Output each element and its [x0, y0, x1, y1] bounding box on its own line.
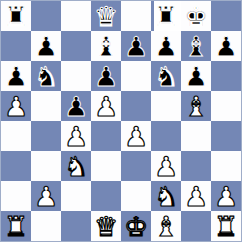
square-c3[interactable]: ♞ — [61, 151, 91, 181]
chess-board: ♜♛♜♚♟♝♟♟♝♟♟♞♟♞♟♟♟♟♝♟♟♞♟♟♞♟♟♜♛♚♝♜ — [0, 0, 242, 242]
square-b1[interactable] — [31, 211, 61, 241]
black-pawn: ♟ — [34, 33, 58, 60]
square-h3[interactable] — [211, 151, 241, 181]
square-b6[interactable]: ♞ — [31, 61, 61, 91]
square-h6[interactable] — [211, 61, 241, 91]
square-g4[interactable] — [181, 121, 211, 151]
square-f2[interactable]: ♞ — [151, 181, 181, 211]
square-e6[interactable] — [121, 61, 151, 91]
white-pawn: ♟ — [64, 123, 88, 150]
square-d6[interactable]: ♟ — [91, 61, 121, 91]
square-c1[interactable] — [61, 211, 91, 241]
square-e4[interactable]: ♟ — [121, 121, 151, 151]
white-bishop: ♝ — [154, 213, 178, 240]
square-e2[interactable] — [121, 181, 151, 211]
black-pawn: ♟ — [94, 63, 118, 90]
black-rook: ♜ — [4, 3, 28, 30]
square-b8[interactable] — [31, 1, 61, 31]
square-a1[interactable]: ♜ — [1, 211, 31, 241]
black-pawn: ♟ — [4, 63, 28, 90]
square-a6[interactable]: ♟ — [1, 61, 31, 91]
square-g6[interactable]: ♟ — [181, 61, 211, 91]
square-c5[interactable]: ♟ — [61, 91, 91, 121]
square-d8[interactable]: ♛ — [91, 1, 121, 31]
black-pawn: ♟ — [214, 33, 238, 60]
white-rook: ♜ — [214, 213, 238, 240]
black-knight: ♞ — [154, 63, 178, 90]
square-c4[interactable]: ♟ — [61, 121, 91, 151]
square-g1[interactable] — [181, 211, 211, 241]
square-f7[interactable]: ♟ — [151, 31, 181, 61]
square-h4[interactable] — [211, 121, 241, 151]
black-pawn: ♟ — [184, 63, 208, 90]
square-g5[interactable]: ♝ — [181, 91, 211, 121]
square-b7[interactable]: ♟ — [31, 31, 61, 61]
square-b3[interactable] — [31, 151, 61, 181]
square-h1[interactable]: ♜ — [211, 211, 241, 241]
square-e5[interactable] — [121, 91, 151, 121]
white-pawn: ♟ — [124, 123, 148, 150]
square-c7[interactable] — [61, 31, 91, 61]
square-h5[interactable] — [211, 91, 241, 121]
square-a4[interactable] — [1, 121, 31, 151]
square-d5[interactable]: ♟ — [91, 91, 121, 121]
square-f4[interactable] — [151, 121, 181, 151]
black-bishop: ♝ — [94, 33, 118, 60]
white-rook: ♜ — [4, 213, 28, 240]
square-f6[interactable]: ♞ — [151, 61, 181, 91]
square-h7[interactable]: ♟ — [211, 31, 241, 61]
white-knight: ♞ — [64, 153, 88, 180]
square-f5[interactable] — [151, 91, 181, 121]
black-king: ♚ — [184, 3, 208, 30]
square-e7[interactable]: ♟ — [121, 31, 151, 61]
white-pawn: ♟ — [94, 93, 118, 120]
white-pawn: ♟ — [214, 183, 238, 210]
square-d1[interactable]: ♛ — [91, 211, 121, 241]
square-d2[interactable] — [91, 181, 121, 211]
white-pawn: ♟ — [4, 93, 28, 120]
white-pawn: ♟ — [184, 183, 208, 210]
square-c6[interactable] — [61, 61, 91, 91]
square-c2[interactable] — [61, 181, 91, 211]
white-king: ♚ — [124, 213, 148, 240]
black-pawn: ♟ — [124, 33, 148, 60]
square-e1[interactable]: ♚ — [121, 211, 151, 241]
square-a7[interactable] — [1, 31, 31, 61]
square-f1[interactable]: ♝ — [151, 211, 181, 241]
black-knight: ♞ — [34, 63, 58, 90]
square-g2[interactable]: ♟ — [181, 181, 211, 211]
square-d7[interactable]: ♝ — [91, 31, 121, 61]
black-pawn: ♟ — [154, 33, 178, 60]
square-a5[interactable]: ♟ — [1, 91, 31, 121]
square-f8[interactable]: ♜ — [151, 1, 181, 31]
white-pawn: ♟ — [154, 153, 178, 180]
square-e8[interactable] — [121, 1, 151, 31]
square-b4[interactable] — [31, 121, 61, 151]
square-d3[interactable] — [91, 151, 121, 181]
square-g8[interactable]: ♚ — [181, 1, 211, 31]
square-b2[interactable]: ♟ — [31, 181, 61, 211]
square-a2[interactable] — [1, 181, 31, 211]
black-pawn: ♟ — [64, 93, 88, 120]
square-b5[interactable] — [31, 91, 61, 121]
square-g3[interactable] — [181, 151, 211, 181]
square-e3[interactable] — [121, 151, 151, 181]
square-g7[interactable]: ♝ — [181, 31, 211, 61]
square-a3[interactable] — [1, 151, 31, 181]
square-h2[interactable]: ♟ — [211, 181, 241, 211]
square-a8[interactable]: ♜ — [1, 1, 31, 31]
black-rook: ♜ — [154, 3, 178, 30]
white-queen: ♛ — [94, 213, 118, 240]
square-h8[interactable] — [211, 1, 241, 31]
black-queen: ♛ — [94, 3, 118, 30]
white-pawn: ♟ — [34, 183, 58, 210]
white-knight: ♞ — [154, 183, 178, 210]
white-bishop: ♝ — [184, 93, 208, 120]
square-c8[interactable] — [61, 1, 91, 31]
square-f3[interactable]: ♟ — [151, 151, 181, 181]
square-d4[interactable] — [91, 121, 121, 151]
black-bishop: ♝ — [184, 33, 208, 60]
